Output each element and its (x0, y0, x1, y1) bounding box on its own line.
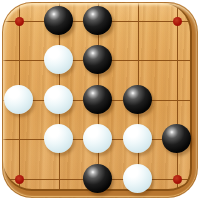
black-stone-glyph: ● (85, 6, 110, 35)
star-point (15, 175, 24, 184)
white-stone-glyph: ○ (124, 124, 149, 153)
white-stone-glyph: ○ (85, 124, 110, 153)
white-stone-glyph: ○ (6, 85, 31, 114)
white-stone[interactable]: ○ (44, 124, 73, 153)
star-point (173, 175, 182, 184)
white-stone-glyph: ○ (45, 45, 70, 74)
black-stone[interactable]: ● (44, 6, 73, 35)
black-stone[interactable]: ● (123, 85, 152, 114)
black-stone-glyph: ● (85, 45, 110, 74)
black-stone-glyph: ● (45, 6, 70, 35)
white-stone[interactable]: ○ (44, 85, 73, 114)
white-stone[interactable]: ○ (123, 164, 152, 193)
black-stone-glyph: ● (85, 164, 110, 193)
star-point (15, 17, 24, 26)
black-stone[interactable]: ● (83, 6, 112, 35)
gomoku-app-icon[interactable]: ●●○●○○●●○○○●●○ (2, 2, 198, 198)
white-stone[interactable]: ○ (44, 45, 73, 74)
black-stone[interactable]: ● (162, 124, 191, 153)
black-stone[interactable]: ● (83, 85, 112, 114)
white-stone[interactable]: ○ (83, 124, 112, 153)
white-stone-glyph: ○ (124, 164, 149, 193)
black-stone-glyph: ● (85, 85, 110, 114)
black-stone[interactable]: ● (83, 45, 112, 74)
black-stone[interactable]: ● (83, 164, 112, 193)
app-icon-canvas: ●●○●○○●●○○○●●○ (0, 0, 200, 200)
white-stone-glyph: ○ (45, 85, 70, 114)
star-point (173, 17, 182, 26)
white-stone-glyph: ○ (45, 124, 70, 153)
black-stone-glyph: ● (164, 124, 189, 153)
black-stone-glyph: ● (124, 85, 149, 114)
white-stone[interactable]: ○ (123, 124, 152, 153)
white-stone[interactable]: ○ (4, 85, 33, 114)
